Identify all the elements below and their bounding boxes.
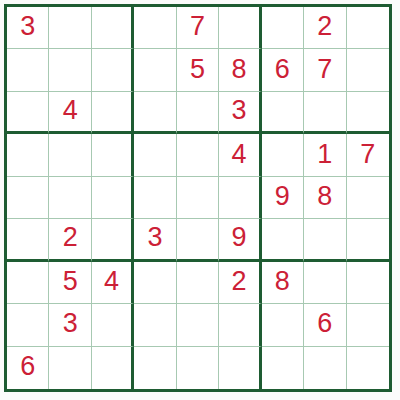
given-digit: 2 [231, 268, 246, 295]
given-digit: 6 [20, 353, 35, 380]
cell-r5c4[interactable] [134, 177, 176, 219]
cell-r1c1[interactable]: 3 [7, 7, 49, 49]
given-digit: 6 [317, 310, 332, 337]
cell-r5c9[interactable] [347, 177, 389, 219]
cell-r2c7[interactable]: 6 [262, 49, 304, 91]
cell-r8c3[interactable] [92, 304, 134, 346]
cell-r8c9[interactable] [347, 304, 389, 346]
cell-r9c2[interactable] [49, 347, 91, 389]
cell-r1c3[interactable] [92, 7, 134, 49]
cell-r2c3[interactable] [92, 49, 134, 91]
cell-r6c2[interactable]: 2 [49, 219, 91, 261]
given-digit: 5 [190, 56, 205, 83]
cell-r7c8[interactable] [304, 262, 346, 304]
given-digit: 9 [275, 183, 290, 210]
cell-r5c8[interactable]: 8 [304, 177, 346, 219]
cell-r4c2[interactable] [49, 134, 91, 176]
cell-r7c2[interactable]: 5 [49, 262, 91, 304]
sudoku-board-wrapper: 372586743417982395428366 [4, 4, 392, 392]
cell-r3c4[interactable] [134, 92, 176, 134]
cell-r1c4[interactable] [134, 7, 176, 49]
cell-r2c6[interactable]: 8 [219, 49, 261, 91]
cell-r2c4[interactable] [134, 49, 176, 91]
given-digit: 3 [63, 310, 78, 337]
cell-r8c2[interactable]: 3 [49, 304, 91, 346]
cell-r9c6[interactable] [219, 347, 261, 389]
cell-r9c8[interactable] [304, 347, 346, 389]
given-digit: 7 [190, 13, 205, 40]
cell-r7c7[interactable]: 8 [262, 262, 304, 304]
given-digit: 4 [231, 141, 246, 168]
sudoku-board: 372586743417982395428366 [4, 4, 392, 392]
cell-r4c9[interactable]: 7 [347, 134, 389, 176]
cell-r8c5[interactable] [177, 304, 219, 346]
cell-r1c5[interactable]: 7 [177, 7, 219, 49]
cell-r9c4[interactable] [134, 347, 176, 389]
cell-r6c9[interactable] [347, 219, 389, 261]
cell-r4c1[interactable] [7, 134, 49, 176]
cell-r2c1[interactable] [7, 49, 49, 91]
given-digit: 4 [104, 268, 119, 295]
cell-r9c3[interactable] [92, 347, 134, 389]
cell-r7c1[interactable] [7, 262, 49, 304]
given-digit: 8 [317, 183, 332, 210]
cell-r5c6[interactable] [219, 177, 261, 219]
cell-r3c6[interactable]: 3 [219, 92, 261, 134]
cell-r1c9[interactable] [347, 7, 389, 49]
cell-r9c7[interactable] [262, 347, 304, 389]
cell-r6c3[interactable] [92, 219, 134, 261]
given-digit: 1 [317, 141, 332, 168]
cell-r3c7[interactable] [262, 92, 304, 134]
given-digit: 3 [20, 13, 35, 40]
cell-r2c2[interactable] [49, 49, 91, 91]
cell-r1c8[interactable]: 2 [304, 7, 346, 49]
cell-r5c7[interactable]: 9 [262, 177, 304, 219]
cell-r6c5[interactable] [177, 219, 219, 261]
cell-r2c9[interactable] [347, 49, 389, 91]
cell-r2c5[interactable]: 5 [177, 49, 219, 91]
given-digit: 2 [317, 13, 332, 40]
cell-r4c6[interactable]: 4 [219, 134, 261, 176]
given-digit: 4 [63, 97, 78, 124]
cell-r4c3[interactable] [92, 134, 134, 176]
given-digit: 9 [231, 224, 246, 251]
cell-r8c1[interactable] [7, 304, 49, 346]
cell-r7c9[interactable] [347, 262, 389, 304]
cell-r3c2[interactable]: 4 [49, 92, 91, 134]
cell-r9c5[interactable] [177, 347, 219, 389]
cell-r4c4[interactable] [134, 134, 176, 176]
cell-r4c7[interactable] [262, 134, 304, 176]
cell-r6c8[interactable] [304, 219, 346, 261]
cell-r6c1[interactable] [7, 219, 49, 261]
cell-r8c4[interactable] [134, 304, 176, 346]
cell-r6c4[interactable]: 3 [134, 219, 176, 261]
cell-r2c8[interactable]: 7 [304, 49, 346, 91]
cell-r8c6[interactable] [219, 304, 261, 346]
cell-r8c7[interactable] [262, 304, 304, 346]
cell-r5c5[interactable] [177, 177, 219, 219]
cell-r6c6[interactable]: 9 [219, 219, 261, 261]
cell-r5c1[interactable] [7, 177, 49, 219]
cell-r3c3[interactable] [92, 92, 134, 134]
given-digit: 6 [275, 56, 290, 83]
given-digit: 3 [148, 224, 163, 251]
cell-r9c9[interactable] [347, 347, 389, 389]
given-digit: 2 [63, 224, 78, 251]
cell-r4c8[interactable]: 1 [304, 134, 346, 176]
cell-r1c6[interactable] [219, 7, 261, 49]
given-digit: 3 [231, 97, 246, 124]
cell-r3c5[interactable] [177, 92, 219, 134]
cell-r6c7[interactable] [262, 219, 304, 261]
given-digit: 8 [231, 56, 246, 83]
cell-r7c4[interactable] [134, 262, 176, 304]
cell-r9c1[interactable]: 6 [7, 347, 49, 389]
given-digit: 8 [275, 268, 290, 295]
cell-r5c3[interactable] [92, 177, 134, 219]
cell-r3c9[interactable] [347, 92, 389, 134]
cell-r3c8[interactable] [304, 92, 346, 134]
given-digit: 5 [63, 268, 78, 295]
cell-r1c2[interactable] [49, 7, 91, 49]
cell-r5c2[interactable] [49, 177, 91, 219]
given-digit: 7 [317, 56, 332, 83]
cell-r7c6[interactable]: 2 [219, 262, 261, 304]
cell-r8c8[interactable]: 6 [304, 304, 346, 346]
cell-r1c7[interactable] [262, 7, 304, 49]
cell-r7c3[interactable]: 4 [92, 262, 134, 304]
cell-r4c5[interactable] [177, 134, 219, 176]
cell-r7c5[interactable] [177, 262, 219, 304]
given-digit: 7 [360, 141, 375, 168]
cell-r3c1[interactable] [7, 92, 49, 134]
